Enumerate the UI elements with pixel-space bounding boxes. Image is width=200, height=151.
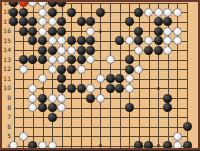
stone-white-L13[interactable] — [106, 55, 115, 64]
stone-black-E16[interactable] — [48, 27, 57, 36]
stone-black-F10[interactable] — [57, 84, 66, 93]
stone-white-F15[interactable] — [57, 36, 66, 45]
stone-black-J17[interactable] — [86, 17, 95, 26]
grid-line-vertical — [139, 3, 140, 151]
stone-white-E17[interactable] — [48, 17, 57, 26]
stone-black-O18[interactable] — [134, 8, 143, 17]
stone-last-move-B19[interactable] — [19, 0, 28, 7]
stone-black-D8[interactable] — [38, 103, 47, 112]
stone-black-B13[interactable] — [19, 55, 28, 64]
hoshi-point-K10 — [99, 87, 102, 90]
stone-white-N11[interactable] — [125, 74, 134, 83]
grid-line-vertical — [71, 3, 72, 151]
stone-black-J9[interactable] — [86, 94, 95, 103]
stone-black-P4[interactable] — [144, 141, 153, 150]
row-label-5: 5 — [2, 133, 11, 139]
stone-white-K9[interactable] — [96, 94, 105, 103]
stone-black-D9[interactable] — [38, 94, 47, 103]
stone-white-K11[interactable] — [96, 74, 105, 83]
stone-black-M10[interactable] — [115, 84, 124, 93]
stone-black-E14[interactable] — [48, 46, 57, 55]
stone-white-B5[interactable] — [19, 132, 28, 141]
stone-black-D14[interactable] — [38, 46, 47, 55]
stone-black-K18[interactable] — [96, 8, 105, 17]
stone-black-B16[interactable] — [19, 27, 28, 36]
stone-black-P14[interactable] — [144, 46, 153, 55]
row-label-15: 15 — [2, 38, 11, 44]
stone-black-F12[interactable] — [57, 65, 66, 74]
stone-white-D4[interactable] — [38, 141, 47, 150]
stone-white-C8[interactable] — [28, 103, 37, 112]
stone-black-F16[interactable] — [57, 27, 66, 36]
stone-black-L10[interactable] — [106, 84, 115, 93]
row-label-12: 12 — [2, 66, 11, 72]
stone-white-E13[interactable] — [48, 55, 57, 64]
stone-black-A19[interactable] — [9, 0, 18, 7]
stone-black-C16[interactable] — [28, 27, 37, 36]
hoshi-point-Q10 — [157, 87, 160, 90]
stone-white-S4[interactable] — [173, 141, 182, 150]
stone-black-E7[interactable] — [48, 113, 57, 122]
stone-black-C13[interactable] — [28, 55, 37, 64]
stone-black-E19[interactable] — [48, 0, 57, 7]
stone-black-D13[interactable] — [38, 55, 47, 64]
stone-black-T4[interactable] — [183, 141, 192, 150]
stone-black-N8[interactable] — [125, 103, 134, 112]
stone-black-B17[interactable] — [19, 17, 28, 26]
stone-black-G12[interactable] — [67, 65, 76, 74]
stone-black-T6[interactable] — [183, 122, 192, 131]
stone-black-M11[interactable] — [115, 74, 124, 83]
stone-black-G18[interactable] — [67, 8, 76, 17]
stone-white-H12[interactable] — [77, 65, 86, 74]
stone-white-D11[interactable] — [38, 74, 47, 83]
row-label-6: 6 — [2, 124, 11, 130]
stone-white-O14[interactable] — [134, 46, 143, 55]
row-label-16: 16 — [2, 28, 11, 34]
stone-black-O15[interactable] — [134, 36, 143, 45]
row-label-8: 8 — [2, 105, 11, 111]
stone-black-G10[interactable] — [67, 84, 76, 93]
stone-white-F8[interactable] — [57, 103, 66, 112]
hoshi-point-K4 — [99, 144, 102, 147]
stone-black-R8[interactable] — [163, 103, 172, 112]
row-label-13: 13 — [2, 57, 11, 63]
stone-white-N15[interactable] — [125, 36, 134, 45]
row-label-10: 10 — [2, 85, 11, 91]
stone-white-Q18[interactable] — [154, 8, 163, 17]
stone-black-E8[interactable] — [48, 103, 57, 112]
row-label-7: 7 — [2, 114, 11, 120]
stone-black-B18[interactable] — [19, 8, 28, 17]
grid-line-vertical — [177, 3, 178, 151]
stone-white-O12[interactable] — [134, 65, 143, 74]
stone-white-S5[interactable] — [173, 132, 182, 141]
stone-black-C17[interactable] — [28, 17, 37, 26]
stone-black-O16[interactable] — [134, 27, 143, 36]
stone-white-J10[interactable] — [86, 84, 95, 93]
stone-black-Q14[interactable] — [154, 46, 163, 55]
stone-black-J14[interactable] — [86, 46, 95, 55]
stone-black-N13[interactable] — [125, 55, 134, 64]
stone-black-C4[interactable] — [28, 141, 37, 150]
stone-white-E4[interactable] — [48, 141, 57, 150]
stone-white-F14[interactable] — [57, 46, 66, 55]
stone-black-N17[interactable] — [125, 17, 134, 26]
stone-black-H13[interactable] — [77, 55, 86, 64]
row-label-11: 11 — [2, 76, 11, 82]
stone-white-C9[interactable] — [28, 94, 37, 103]
stone-black-R9[interactable] — [163, 94, 172, 103]
go-board: 19181716151413121110987654 — [0, 0, 200, 150]
stone-white-D19[interactable] — [38, 0, 47, 7]
stone-black-C15[interactable] — [28, 36, 37, 45]
stone-black-A18[interactable] — [9, 8, 18, 17]
stone-black-Q16[interactable] — [154, 27, 163, 36]
stone-black-O4[interactable] — [134, 141, 143, 150]
stone-white-S15[interactable] — [173, 36, 182, 45]
stone-black-M15[interactable] — [115, 36, 124, 45]
stone-black-J15[interactable] — [86, 36, 95, 45]
stone-white-G14[interactable] — [67, 46, 76, 55]
stone-black-F11[interactable] — [57, 74, 66, 83]
stone-white-A4[interactable] — [9, 141, 18, 150]
stone-white-C10[interactable] — [28, 84, 37, 93]
stone-white-F9[interactable] — [57, 94, 66, 103]
stone-black-Q17[interactable] — [154, 17, 163, 26]
stone-white-E15[interactable] — [48, 36, 57, 45]
stone-white-R15[interactable] — [163, 36, 172, 45]
stone-white-R16[interactable] — [163, 27, 172, 36]
stone-white-D16[interactable] — [38, 27, 47, 36]
stone-black-F17[interactable] — [57, 17, 66, 26]
stone-black-H10[interactable] — [77, 84, 86, 93]
hoshi-point-D10 — [41, 87, 44, 90]
stone-black-R4[interactable] — [163, 141, 172, 150]
stone-black-H17[interactable] — [77, 17, 86, 26]
stone-black-L11[interactable] — [106, 74, 115, 83]
row-label-9: 9 — [2, 95, 11, 101]
stone-white-C19[interactable] — [28, 0, 37, 7]
stone-white-E12[interactable] — [48, 65, 57, 74]
stone-black-G13[interactable] — [67, 55, 76, 64]
stone-white-B12[interactable] — [19, 65, 28, 74]
stone-white-F13[interactable] — [57, 55, 66, 64]
stone-white-E9[interactable] — [48, 94, 57, 103]
stone-white-J13[interactable] — [86, 55, 95, 64]
stone-white-D17[interactable] — [38, 17, 47, 26]
grid-line-vertical — [149, 3, 150, 151]
stone-black-F19[interactable] — [57, 0, 66, 7]
stone-white-R14[interactable] — [163, 46, 172, 55]
stone-white-P15[interactable] — [144, 36, 153, 45]
stone-black-G15[interactable] — [67, 36, 76, 45]
stone-black-H14[interactable] — [77, 46, 86, 55]
row-label-14: 14 — [2, 47, 11, 53]
hoshi-point-Q4 — [157, 144, 160, 147]
stone-white-N10[interactable] — [125, 84, 134, 93]
stone-white-J16[interactable] — [86, 27, 95, 36]
stone-white-S16[interactable] — [173, 27, 182, 36]
stone-black-D15[interactable] — [38, 36, 47, 45]
stone-black-N12[interactable] — [125, 65, 134, 74]
stone-black-H15[interactable] — [77, 36, 86, 45]
stone-white-S18[interactable] — [173, 8, 182, 17]
stone-white-R18[interactable] — [163, 8, 172, 17]
stone-white-P18[interactable] — [144, 8, 153, 17]
stone-black-A17[interactable] — [9, 17, 18, 26]
stone-black-R17[interactable] — [163, 17, 172, 26]
stone-white-D18[interactable] — [38, 8, 47, 17]
stone-black-Q15[interactable] — [154, 36, 163, 45]
hoshi-point-K16 — [99, 30, 102, 33]
stone-black-E18[interactable] — [48, 8, 57, 17]
